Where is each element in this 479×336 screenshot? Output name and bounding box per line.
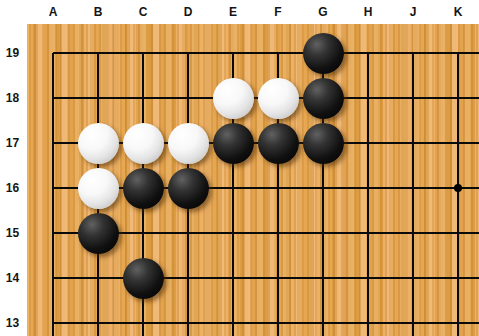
column-label-J: J bbox=[410, 0, 417, 24]
stone-black-C14[interactable] bbox=[123, 258, 164, 299]
column-label-C: C bbox=[139, 0, 148, 24]
stone-black-B15[interactable] bbox=[78, 213, 119, 254]
grid-line-horizontal-19 bbox=[53, 52, 479, 54]
grid-line-horizontal-14 bbox=[53, 277, 479, 279]
stone-white-E18[interactable] bbox=[213, 78, 254, 119]
stone-black-G18[interactable] bbox=[303, 78, 344, 119]
star-point-K16 bbox=[454, 184, 462, 192]
go-board-diagram: ABCDEFGHJK19181716151413 bbox=[0, 0, 479, 336]
grid-line-horizontal-13 bbox=[53, 322, 479, 324]
row-label-16: 16 bbox=[0, 176, 25, 200]
row-label-15: 15 bbox=[0, 221, 25, 245]
grid-line-vertical-J bbox=[412, 53, 414, 336]
stone-black-D16[interactable] bbox=[168, 168, 209, 209]
grid-line-vertical-K bbox=[457, 53, 459, 336]
column-label-A: A bbox=[49, 0, 58, 24]
stone-black-G19[interactable] bbox=[303, 33, 344, 74]
row-label-19: 19 bbox=[0, 41, 25, 65]
stone-black-C16[interactable] bbox=[123, 168, 164, 209]
stone-white-C17[interactable] bbox=[123, 123, 164, 164]
row-label-14: 14 bbox=[0, 266, 25, 290]
row-label-13: 13 bbox=[0, 311, 25, 335]
stone-black-E17[interactable] bbox=[213, 123, 254, 164]
column-label-F: F bbox=[274, 0, 281, 24]
stone-black-F17[interactable] bbox=[258, 123, 299, 164]
column-label-H: H bbox=[364, 0, 373, 24]
grid-line-vertical-A bbox=[52, 53, 54, 336]
column-label-D: D bbox=[184, 0, 193, 24]
stone-white-F18[interactable] bbox=[258, 78, 299, 119]
column-label-G: G bbox=[318, 0, 327, 24]
stone-white-B16[interactable] bbox=[78, 168, 119, 209]
stone-white-B17[interactable] bbox=[78, 123, 119, 164]
column-label-E: E bbox=[229, 0, 237, 24]
grid-line-vertical-H bbox=[367, 53, 369, 336]
row-label-17: 17 bbox=[0, 131, 25, 155]
row-label-18: 18 bbox=[0, 86, 25, 110]
column-label-B: B bbox=[94, 0, 103, 24]
stone-white-D17[interactable] bbox=[168, 123, 209, 164]
column-label-K: K bbox=[454, 0, 463, 24]
stone-black-G17[interactable] bbox=[303, 123, 344, 164]
